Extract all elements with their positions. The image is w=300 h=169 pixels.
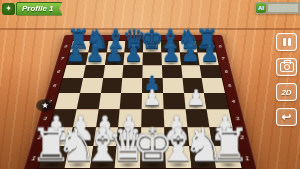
square-e4[interactable]: ♟: [142, 93, 164, 109]
square-c5[interactable]: [101, 78, 123, 93]
square-b4[interactable]: [76, 93, 100, 109]
square-f6[interactable]: [162, 65, 182, 78]
ai-badge: AI: [256, 3, 266, 13]
square-h4[interactable]: [204, 93, 228, 109]
square-h6[interactable]: [200, 65, 222, 78]
piece-blue-pawn-g7[interactable]: ♟: [181, 44, 200, 65]
star-icon: ★: [41, 102, 48, 110]
board-scene: ♜♞♝♛♚♝♞♜♟♟♟♟♟♟♟♟♟♟♟♟♟♟♟♟♜♞♝♛♚♝♞♜ ABCDEFG…: [0, 0, 300, 169]
square-c6[interactable]: [103, 65, 124, 78]
leaf-icon: ✦: [2, 3, 15, 15]
undo-arrow-icon: ↩: [281, 111, 291, 123]
chess-board: ♜♞♝♛♚♝♞♜♟♟♟♟♟♟♟♟♟♟♟♟♟♟♟♟♜♞♝♛♚♝♞♜ ABCDEFG…: [20, 35, 260, 169]
rank-label-right-6: 6: [221, 64, 233, 78]
pause-icon: [283, 38, 291, 46]
square-d7[interactable]: ♟: [124, 52, 143, 64]
square-g4[interactable]: ♟: [184, 93, 207, 109]
piece-blue-pawn-d7[interactable]: ♟: [124, 44, 143, 65]
piece-blue-pawn-c7[interactable]: ♟: [105, 44, 124, 65]
square-c4[interactable]: [98, 93, 121, 109]
square-b6[interactable]: [83, 65, 105, 78]
profile-name: Profile 1: [22, 4, 54, 13]
piece-blue-pawn-b7[interactable]: ♟: [86, 44, 105, 65]
star-marker: ★: [36, 99, 54, 112]
profile-banner[interactable]: ✦ Profile 1: [2, 2, 63, 15]
square-h1[interactable]: ♜: [213, 146, 242, 168]
square-g7[interactable]: ♟: [179, 52, 199, 64]
control-buttons: 2D ↩: [276, 33, 297, 126]
square-a4[interactable]: [55, 93, 80, 109]
undo-button[interactable]: ↩: [276, 108, 297, 126]
rank-label-right-7: 7: [218, 52, 229, 65]
piece-white-pawn-g4[interactable]: ♟: [186, 87, 206, 109]
square-d5[interactable]: [121, 78, 142, 93]
board-squares: ♜♞♝♛♚♝♞♜♟♟♟♟♟♟♟♟♟♟♟♟♟♟♟♟♜♞♝♛♚♝♞♜: [37, 40, 243, 169]
piece-blue-pawn-a7[interactable]: ♟: [67, 44, 86, 65]
square-c7[interactable]: ♟: [105, 52, 125, 64]
square-d6[interactable]: [122, 65, 142, 78]
camera-icon: [280, 62, 294, 72]
piece-blue-pawn-h7[interactable]: ♟: [200, 44, 219, 65]
pause-button[interactable]: [276, 33, 297, 51]
square-d4[interactable]: [120, 93, 142, 109]
camera-button[interactable]: [276, 58, 297, 76]
piece-blue-pawn-f7[interactable]: ♟: [162, 44, 181, 65]
square-f5[interactable]: [162, 78, 183, 93]
piece-white-rook-h1[interactable]: ♜: [208, 122, 250, 168]
opponent-panel-bar: [268, 4, 298, 12]
square-f4[interactable]: [163, 93, 185, 109]
square-e7[interactable]: [143, 52, 162, 64]
view-2d-label: 2D: [281, 88, 291, 97]
piece-white-pawn-e4[interactable]: ♟: [143, 87, 163, 109]
opponent-panel: AI: [255, 2, 300, 14]
square-g6[interactable]: [181, 65, 202, 78]
square-h7[interactable]: ♟: [198, 52, 219, 64]
square-b5[interactable]: [80, 78, 103, 93]
square-f7[interactable]: ♟: [161, 52, 180, 64]
game-screen: ♜♞♝♛♚♝♞♜♟♟♟♟♟♟♟♟♟♟♟♟♟♟♟♟♜♞♝♛♚♝♞♜ ABCDEFG…: [0, 0, 300, 169]
square-b7[interactable]: ♟: [86, 52, 107, 64]
view-2d-button[interactable]: 2D: [276, 83, 297, 101]
